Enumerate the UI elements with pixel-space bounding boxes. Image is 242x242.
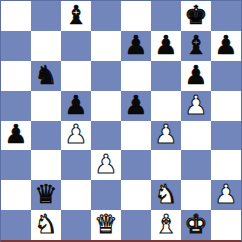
square-c1[interactable] bbox=[61, 210, 91, 240]
white-knight[interactable]: ♞ bbox=[34, 211, 57, 237]
black-pawn[interactable]: ♟ bbox=[154, 32, 177, 58]
square-g8[interactable]: ♚ bbox=[181, 1, 211, 31]
square-d4[interactable] bbox=[91, 121, 121, 151]
square-f3[interactable] bbox=[151, 150, 181, 180]
square-d3[interactable]: ♟ bbox=[91, 150, 121, 180]
square-g3[interactable] bbox=[181, 150, 211, 180]
square-c7[interactable] bbox=[61, 31, 91, 61]
square-d7[interactable] bbox=[91, 31, 121, 61]
square-e1[interactable] bbox=[121, 210, 151, 240]
black-pawn[interactable]: ♟ bbox=[124, 92, 147, 118]
square-h1[interactable] bbox=[211, 210, 241, 240]
square-g6[interactable]: ♟ bbox=[181, 61, 211, 91]
square-e2[interactable] bbox=[121, 180, 151, 210]
black-knight[interactable]: ♞ bbox=[34, 62, 57, 88]
square-f8[interactable] bbox=[151, 1, 181, 31]
black-king[interactable]: ♚ bbox=[184, 2, 207, 28]
square-g2[interactable] bbox=[181, 180, 211, 210]
white-pawn[interactable]: ♟ bbox=[94, 151, 117, 177]
black-pawn[interactable]: ♟ bbox=[64, 92, 87, 118]
white-king[interactable]: ♚ bbox=[184, 211, 207, 237]
square-b7[interactable] bbox=[31, 31, 61, 61]
square-d1[interactable]: ♛ bbox=[91, 210, 121, 240]
square-h6[interactable] bbox=[211, 61, 241, 91]
square-e7[interactable]: ♟ bbox=[121, 31, 151, 61]
square-c3[interactable] bbox=[61, 150, 91, 180]
square-c4[interactable]: ♟ bbox=[61, 121, 91, 151]
square-a5[interactable] bbox=[1, 91, 31, 121]
square-d6[interactable] bbox=[91, 61, 121, 91]
square-h7[interactable]: ♟ bbox=[211, 31, 241, 61]
square-c2[interactable] bbox=[61, 180, 91, 210]
black-queen[interactable]: ♛ bbox=[34, 181, 57, 207]
square-a6[interactable] bbox=[1, 61, 31, 91]
black-pawn[interactable]: ♟ bbox=[184, 62, 207, 88]
square-h5[interactable] bbox=[211, 91, 241, 121]
white-queen[interactable]: ♛ bbox=[94, 211, 117, 237]
square-d2[interactable] bbox=[91, 180, 121, 210]
square-a1[interactable] bbox=[1, 210, 31, 240]
square-g7[interactable]: ♝ bbox=[181, 31, 211, 61]
square-g5[interactable]: ♟ bbox=[181, 91, 211, 121]
white-knight[interactable]: ♞ bbox=[154, 181, 177, 207]
black-bishop[interactable]: ♝ bbox=[64, 2, 87, 28]
square-d8[interactable] bbox=[91, 1, 121, 31]
square-f1[interactable]: ♝ bbox=[151, 210, 181, 240]
square-b6[interactable]: ♞ bbox=[31, 61, 61, 91]
square-h2[interactable]: ♟ bbox=[211, 180, 241, 210]
square-f7[interactable]: ♟ bbox=[151, 31, 181, 61]
black-pawn[interactable]: ♟ bbox=[124, 32, 147, 58]
white-pawn[interactable]: ♟ bbox=[184, 92, 207, 118]
black-pawn[interactable]: ♟ bbox=[4, 121, 27, 147]
square-b4[interactable] bbox=[31, 121, 61, 151]
black-pawn[interactable]: ♟ bbox=[214, 32, 237, 58]
chess-board: ♝♚♟♟♝♟♞♟♟♟♟♟♟♟♟♛♞♟♞♛♝♚ bbox=[0, 0, 242, 242]
square-a8[interactable] bbox=[1, 1, 31, 31]
white-pawn[interactable]: ♟ bbox=[214, 181, 237, 207]
white-pawn[interactable]: ♟ bbox=[64, 121, 87, 147]
square-h4[interactable] bbox=[211, 121, 241, 151]
square-b1[interactable]: ♞ bbox=[31, 210, 61, 240]
square-f6[interactable] bbox=[151, 61, 181, 91]
square-b2[interactable]: ♛ bbox=[31, 180, 61, 210]
square-b3[interactable] bbox=[31, 150, 61, 180]
square-e6[interactable] bbox=[121, 61, 151, 91]
square-a2[interactable] bbox=[1, 180, 31, 210]
square-e8[interactable] bbox=[121, 1, 151, 31]
square-a3[interactable] bbox=[1, 150, 31, 180]
square-a4[interactable]: ♟ bbox=[1, 121, 31, 151]
square-c5[interactable]: ♟ bbox=[61, 91, 91, 121]
black-bishop[interactable]: ♝ bbox=[184, 32, 207, 58]
square-a7[interactable] bbox=[1, 31, 31, 61]
white-bishop[interactable]: ♝ bbox=[154, 211, 177, 237]
square-c8[interactable]: ♝ bbox=[61, 1, 91, 31]
square-e4[interactable] bbox=[121, 121, 151, 151]
square-g4[interactable] bbox=[181, 121, 211, 151]
square-g1[interactable]: ♚ bbox=[181, 210, 211, 240]
square-h3[interactable] bbox=[211, 150, 241, 180]
square-b5[interactable] bbox=[31, 91, 61, 121]
square-f2[interactable]: ♞ bbox=[151, 180, 181, 210]
square-f4[interactable]: ♟ bbox=[151, 121, 181, 151]
square-d5[interactable] bbox=[91, 91, 121, 121]
square-e3[interactable] bbox=[121, 150, 151, 180]
white-pawn[interactable]: ♟ bbox=[154, 121, 177, 147]
square-f5[interactable] bbox=[151, 91, 181, 121]
square-c6[interactable] bbox=[61, 61, 91, 91]
square-e5[interactable]: ♟ bbox=[121, 91, 151, 121]
square-h8[interactable] bbox=[211, 1, 241, 31]
square-b8[interactable] bbox=[31, 1, 61, 31]
